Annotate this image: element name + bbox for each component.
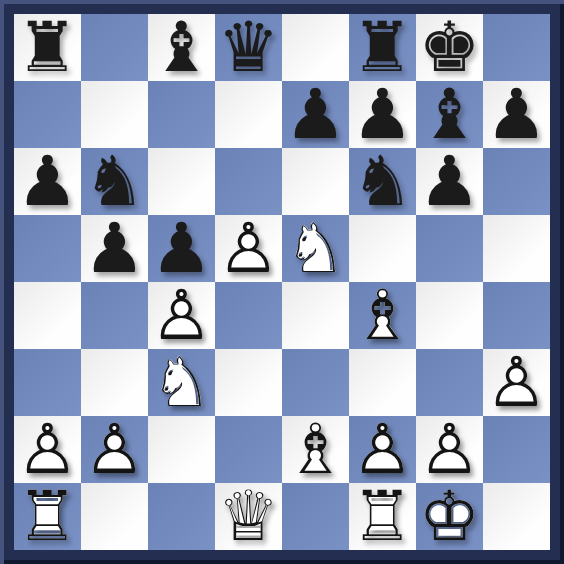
piece-white-rook: ♜♖ (14, 483, 81, 550)
square-h2[interactable] (483, 416, 550, 483)
black-pawn-glyph: ♟ (81, 215, 148, 282)
piece-white-knight: ♞♘ (148, 349, 215, 416)
white-knight-outline: ♘ (282, 215, 349, 282)
piece-black-queen: ♛ (215, 14, 282, 81)
white-bishop-outline: ♗ (349, 282, 416, 349)
black-pawn-glyph: ♟ (282, 81, 349, 148)
black-pawn-glyph: ♟ (483, 81, 550, 148)
black-pawn-glyph: ♟ (416, 148, 483, 215)
square-c6[interactable] (148, 148, 215, 215)
square-h4[interactable] (483, 282, 550, 349)
square-f1[interactable]: ♜♖ (349, 483, 416, 550)
square-c8[interactable]: ♝ (148, 14, 215, 81)
white-pawn-outline: ♙ (148, 282, 215, 349)
square-h8[interactable] (483, 14, 550, 81)
white-pawn-glyph: ♟ (81, 416, 148, 483)
white-rook-outline: ♖ (14, 483, 81, 550)
piece-black-pawn: ♟ (483, 81, 550, 148)
square-a4[interactable] (14, 282, 81, 349)
square-f6[interactable]: ♞ (349, 148, 416, 215)
piece-white-pawn: ♟♙ (416, 416, 483, 483)
square-a8[interactable]: ♜ (14, 14, 81, 81)
square-g8[interactable]: ♚ (416, 14, 483, 81)
piece-white-king: ♚♔ (416, 483, 483, 550)
black-pawn-glyph: ♟ (148, 215, 215, 282)
square-b5[interactable]: ♟ (81, 215, 148, 282)
chess-board: ♜♝♛♜♚♟♟♝♟♟♞♞♟♟♟♟♙♞♘♟♙♝♗♞♘♟♙♟♙♟♙♝♗♟♙♟♙♜♖♛… (14, 14, 550, 550)
square-f8[interactable]: ♜ (349, 14, 416, 81)
square-f2[interactable]: ♟♙ (349, 416, 416, 483)
square-b3[interactable] (81, 349, 148, 416)
square-a5[interactable] (14, 215, 81, 282)
square-g7[interactable]: ♝ (416, 81, 483, 148)
white-rook-outline: ♖ (349, 483, 416, 550)
square-h7[interactable]: ♟ (483, 81, 550, 148)
square-b4[interactable] (81, 282, 148, 349)
piece-black-pawn: ♟ (416, 148, 483, 215)
piece-black-rook: ♜ (14, 14, 81, 81)
square-e3[interactable] (282, 349, 349, 416)
black-pawn-glyph: ♟ (349, 81, 416, 148)
piece-black-pawn: ♟ (81, 215, 148, 282)
square-a7[interactable] (14, 81, 81, 148)
piece-white-bishop: ♝♗ (282, 416, 349, 483)
square-g4[interactable] (416, 282, 483, 349)
square-g2[interactable]: ♟♙ (416, 416, 483, 483)
square-c2[interactable] (148, 416, 215, 483)
white-rook-glyph: ♜ (349, 483, 416, 550)
white-bishop-glyph: ♝ (349, 282, 416, 349)
square-b8[interactable] (81, 14, 148, 81)
black-rook-glyph: ♜ (14, 14, 81, 81)
piece-black-king: ♚ (416, 14, 483, 81)
square-d1[interactable]: ♛♕ (215, 483, 282, 550)
white-pawn-outline: ♙ (14, 416, 81, 483)
square-e1[interactable] (282, 483, 349, 550)
square-a3[interactable] (14, 349, 81, 416)
piece-black-bishop: ♝ (416, 81, 483, 148)
square-d3[interactable] (215, 349, 282, 416)
white-knight-glyph: ♞ (148, 349, 215, 416)
piece-black-rook: ♜ (349, 14, 416, 81)
white-pawn-glyph: ♟ (483, 349, 550, 416)
white-pawn-outline: ♙ (416, 416, 483, 483)
piece-white-pawn: ♟♙ (483, 349, 550, 416)
square-b1[interactable] (81, 483, 148, 550)
square-h6[interactable] (483, 148, 550, 215)
square-c1[interactable] (148, 483, 215, 550)
square-e4[interactable] (282, 282, 349, 349)
square-h3[interactable]: ♟♙ (483, 349, 550, 416)
square-d5[interactable]: ♟♙ (215, 215, 282, 282)
white-pawn-outline: ♙ (81, 416, 148, 483)
piece-white-pawn: ♟♙ (81, 416, 148, 483)
white-queen-outline: ♕ (215, 483, 282, 550)
square-d8[interactable]: ♛ (215, 14, 282, 81)
white-bishop-outline: ♗ (282, 416, 349, 483)
white-pawn-glyph: ♟ (349, 416, 416, 483)
piece-black-pawn: ♟ (148, 215, 215, 282)
black-bishop-glyph: ♝ (148, 14, 215, 81)
square-g5[interactable] (416, 215, 483, 282)
square-f5[interactable] (349, 215, 416, 282)
white-king-glyph: ♚ (416, 483, 483, 550)
square-h5[interactable] (483, 215, 550, 282)
white-pawn-outline: ♙ (483, 349, 550, 416)
square-d6[interactable] (215, 148, 282, 215)
square-c4[interactable]: ♟♙ (148, 282, 215, 349)
board-frame: ♜♝♛♜♚♟♟♝♟♟♞♞♟♟♟♟♙♞♘♟♙♝♗♞♘♟♙♟♙♟♙♝♗♟♙♟♙♜♖♛… (0, 0, 564, 564)
piece-white-pawn: ♟♙ (215, 215, 282, 282)
square-a1[interactable]: ♜♖ (14, 483, 81, 550)
black-bishop-glyph: ♝ (416, 81, 483, 148)
white-rook-glyph: ♜ (14, 483, 81, 550)
piece-white-queen: ♛♕ (215, 483, 282, 550)
black-knight-glyph: ♞ (349, 148, 416, 215)
white-king-outline: ♔ (416, 483, 483, 550)
white-pawn-outline: ♙ (215, 215, 282, 282)
square-f3[interactable] (349, 349, 416, 416)
square-a6[interactable]: ♟ (14, 148, 81, 215)
white-knight-glyph: ♞ (282, 215, 349, 282)
black-knight-glyph: ♞ (81, 148, 148, 215)
piece-white-pawn: ♟♙ (148, 282, 215, 349)
square-d4[interactable] (215, 282, 282, 349)
piece-white-bishop: ♝♗ (349, 282, 416, 349)
white-bishop-glyph: ♝ (282, 416, 349, 483)
square-e5[interactable]: ♞♘ (282, 215, 349, 282)
black-king-glyph: ♚ (416, 14, 483, 81)
square-g1[interactable]: ♚♔ (416, 483, 483, 550)
square-c5[interactable]: ♟ (148, 215, 215, 282)
square-g3[interactable] (416, 349, 483, 416)
white-queen-glyph: ♛ (215, 483, 282, 550)
square-f7[interactable]: ♟ (349, 81, 416, 148)
white-pawn-glyph: ♟ (148, 282, 215, 349)
square-b2[interactable]: ♟♙ (81, 416, 148, 483)
piece-black-pawn: ♟ (14, 148, 81, 215)
piece-black-knight: ♞ (81, 148, 148, 215)
piece-black-pawn: ♟ (349, 81, 416, 148)
square-g6[interactable]: ♟ (416, 148, 483, 215)
black-rook-glyph: ♜ (349, 14, 416, 81)
piece-white-pawn: ♟♙ (14, 416, 81, 483)
square-e2[interactable]: ♝♗ (282, 416, 349, 483)
piece-white-pawn: ♟♙ (349, 416, 416, 483)
black-pawn-glyph: ♟ (14, 148, 81, 215)
square-b6[interactable]: ♞ (81, 148, 148, 215)
square-h1[interactable] (483, 483, 550, 550)
piece-white-knight: ♞♘ (282, 215, 349, 282)
square-e8[interactable] (282, 14, 349, 81)
square-c3[interactable]: ♞♘ (148, 349, 215, 416)
white-pawn-glyph: ♟ (215, 215, 282, 282)
black-queen-glyph: ♛ (215, 14, 282, 81)
square-e6[interactable] (282, 148, 349, 215)
square-f4[interactable]: ♝♗ (349, 282, 416, 349)
white-pawn-outline: ♙ (349, 416, 416, 483)
piece-black-knight: ♞ (349, 148, 416, 215)
piece-black-pawn: ♟ (282, 81, 349, 148)
piece-white-rook: ♜♖ (349, 483, 416, 550)
piece-black-bishop: ♝ (148, 14, 215, 81)
square-c7[interactable] (148, 81, 215, 148)
square-d7[interactable] (215, 81, 282, 148)
white-knight-outline: ♘ (148, 349, 215, 416)
square-b7[interactable] (81, 81, 148, 148)
white-pawn-glyph: ♟ (14, 416, 81, 483)
white-pawn-glyph: ♟ (416, 416, 483, 483)
square-a2[interactable]: ♟♙ (14, 416, 81, 483)
square-d2[interactable] (215, 416, 282, 483)
square-e7[interactable]: ♟ (282, 81, 349, 148)
